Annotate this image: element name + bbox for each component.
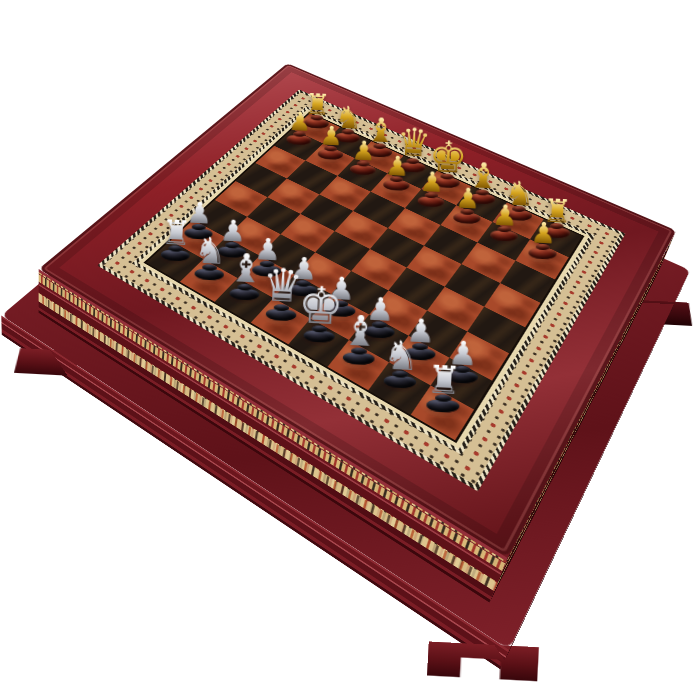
piece-white-knight: ♞ — [190, 222, 231, 281]
rook-glyph: ♜ — [426, 362, 463, 399]
piece-white-knight: ♞ — [379, 324, 424, 389]
bishop-glyph: ♝ — [227, 250, 264, 288]
piece-white-bishop: ♝ — [225, 238, 266, 301]
perspective-scene: ♜♞♝♛♚♝♞♜♟♟♟♟♟♟♟♟♟♟♟♟♟♟♟♟♜♞♝♛♚♝♞♜ — [0, 0, 700, 700]
knight-glyph: ♞ — [193, 233, 227, 268]
pawn-glyph: ♟ — [530, 220, 557, 248]
bracket-foot-near — [427, 641, 539, 681]
piece-white-rook: ♜ — [421, 349, 467, 413]
piece-white-bishop: ♝ — [338, 299, 382, 365]
knight-glyph: ♞ — [382, 336, 420, 375]
king-glyph: ♚ — [297, 281, 345, 330]
rook-glyph: ♜ — [160, 217, 192, 250]
product-photo-stage: ♜♞♝♛♚♝♞♜♟♟♟♟♟♟♟♟♟♟♟♟♟♟♟♟♜♞♝♛♚♝♞♜ — [0, 0, 700, 700]
chess-case: ♜♞♝♛♚♝♞♜♟♟♟♟♟♟♟♟♟♟♟♟♟♟♟♟♜♞♝♛♚♝♞♜ — [39, 63, 676, 558]
bishop-glyph: ♝ — [340, 312, 379, 352]
piece-white-king: ♚ — [299, 268, 343, 343]
piece-white-rook: ♜ — [157, 206, 197, 262]
piece-black-pawn: ♟ — [524, 209, 563, 260]
